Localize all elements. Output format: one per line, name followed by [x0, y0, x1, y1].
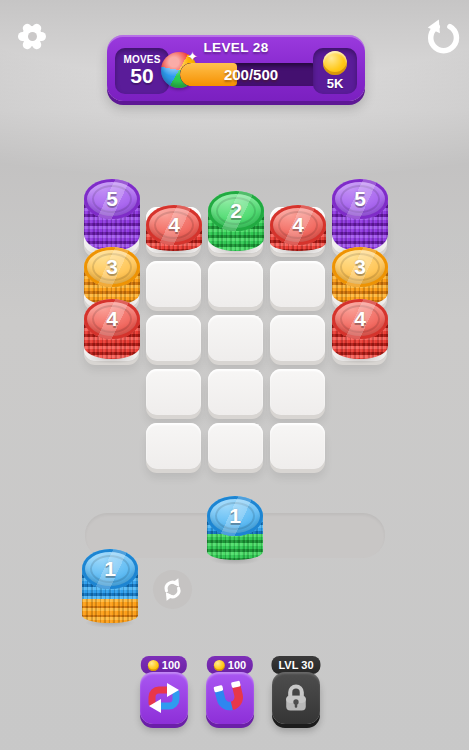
powerup-locked-button[interactable]: LVL 30: [272, 656, 320, 728]
powerup-shuffle-button[interactable]: 100: [140, 656, 188, 728]
cell-r3c2[interactable]: [146, 315, 201, 361]
coins-value: 5K: [313, 76, 357, 91]
chip-count: 4: [84, 306, 140, 332]
chip-count: 4: [332, 306, 388, 332]
cycle-arrows-icon[interactable]: [153, 570, 192, 609]
chip-count: 5: [332, 186, 388, 212]
cell-r2c2[interactable]: [146, 261, 201, 307]
chip-top-face: 3: [84, 247, 140, 287]
progress-text: 200/500: [180, 63, 322, 86]
restart-icon[interactable]: [423, 19, 461, 57]
chip-top-face: 4: [84, 299, 140, 339]
stack-red-4[interactable]: 4: [84, 299, 140, 359]
cell-r4c4[interactable]: [270, 369, 325, 415]
chip-top-face: 3: [332, 247, 388, 287]
chip-top-face: 5: [332, 179, 388, 219]
magnet-icon: [209, 677, 250, 718]
progress-bar: 200/500: [180, 63, 322, 86]
cell-r5c3[interactable]: [208, 423, 263, 469]
powerup-magnet-button[interactable]: 100: [206, 656, 254, 728]
chip-count: 5: [84, 186, 140, 212]
chip-count: 4: [270, 212, 326, 238]
chip-segment-orange: [82, 599, 138, 623]
chip-count: 1: [207, 503, 263, 529]
cell-r2c4[interactable]: [270, 261, 325, 307]
chip-segment-green: [207, 534, 263, 560]
cell-r2c3[interactable]: [208, 261, 263, 307]
stack-purple-5[interactable]: 5: [84, 179, 140, 251]
gold-coin-icon: [323, 51, 347, 75]
chip-top-face: 4: [270, 205, 326, 245]
cell-r3c3[interactable]: [208, 315, 263, 361]
chip-count: 2: [208, 198, 264, 224]
stack-blue-1[interactable]: 1: [82, 549, 138, 623]
cell-r4c3[interactable]: [208, 369, 263, 415]
stack-blue-1[interactable]: 1: [207, 496, 263, 560]
chip-top-face: 5: [84, 179, 140, 219]
coin-icon: [148, 660, 159, 671]
settings-gear-icon[interactable]: [17, 21, 47, 51]
stack-red-4[interactable]: 4: [146, 205, 202, 251]
chip-count: 3: [84, 254, 140, 280]
chip-count: 3: [332, 254, 388, 280]
swap-arrows-icon: [146, 682, 182, 714]
game-screen: LEVEL 28 MOVES 50 200/500 5K 100: [0, 0, 469, 750]
stack-red-4[interactable]: 4: [332, 299, 388, 359]
chip-top-face: 2: [208, 191, 264, 231]
coin-icon: [214, 660, 225, 671]
chip-top-face: 1: [82, 549, 138, 589]
chip-top-face: 4: [332, 299, 388, 339]
cell-r3c4[interactable]: [270, 315, 325, 361]
chip-top-face: 4: [146, 205, 202, 245]
hud-banner: LEVEL 28 MOVES 50 200/500 5K: [107, 35, 365, 101]
stack-purple-5[interactable]: 5: [332, 179, 388, 251]
lock-icon: [280, 682, 312, 714]
cell-r5c2[interactable]: [146, 423, 201, 469]
stack-orange-3[interactable]: 3: [84, 247, 140, 305]
coins-box: 5K: [313, 48, 357, 94]
chip-count: 4: [146, 212, 202, 238]
chip-top-face: 1: [207, 496, 263, 536]
cell-r4c2[interactable]: [146, 369, 201, 415]
stack-red-4[interactable]: 4: [270, 205, 326, 251]
chip-count: 1: [82, 556, 138, 582]
stack-orange-3[interactable]: 3: [332, 247, 388, 305]
powerup-bar: 100 100: [140, 656, 320, 728]
cell-r5c4[interactable]: [270, 423, 325, 469]
gear-hole: [28, 32, 37, 41]
stack-green-2[interactable]: 2: [208, 191, 264, 251]
